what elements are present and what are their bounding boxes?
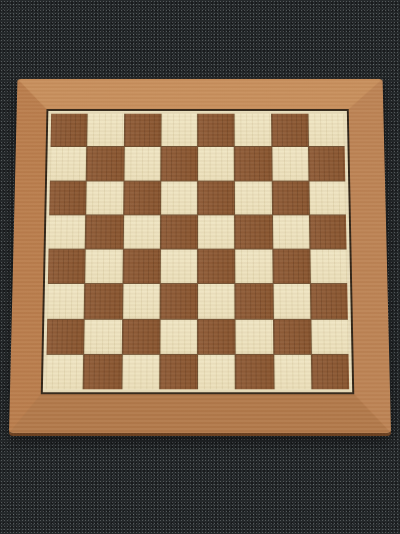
board-square (122, 355, 159, 390)
board-square (87, 147, 123, 180)
board-square (198, 355, 235, 390)
board-frame (9, 79, 391, 433)
board-square (311, 284, 348, 318)
board-square (161, 147, 197, 180)
board-square (124, 147, 160, 180)
board-square (198, 319, 235, 353)
board-square (198, 250, 235, 284)
board-square (273, 284, 310, 318)
board-square (161, 181, 197, 214)
board-square (272, 181, 309, 214)
board-square (236, 284, 273, 318)
board-grid (46, 114, 349, 390)
board-square (123, 215, 160, 248)
board-square (198, 284, 235, 318)
board-square (235, 181, 271, 214)
board-square (47, 319, 84, 353)
board-square (310, 250, 347, 284)
board-square (272, 147, 308, 180)
board-square (236, 355, 273, 390)
board-square (160, 284, 197, 318)
board-square (308, 114, 344, 147)
board-square (85, 250, 122, 284)
carpet-background (0, 0, 400, 534)
board-inlay-stripe (43, 111, 352, 392)
board-square (161, 250, 198, 284)
board-square (122, 319, 159, 353)
board-square (49, 181, 86, 214)
board-square (309, 181, 346, 214)
board-square (51, 114, 87, 147)
board-square (48, 250, 85, 284)
board-square (235, 250, 272, 284)
board-square (160, 319, 197, 353)
board-square (84, 355, 121, 390)
board-square (46, 355, 84, 390)
board-inlay-pinstripe (41, 109, 354, 394)
board-square (311, 319, 348, 353)
board-square (124, 114, 160, 147)
board-square (274, 355, 311, 390)
board-square (123, 250, 160, 284)
board-square (198, 147, 234, 180)
board-square (161, 215, 197, 248)
board-square (86, 181, 123, 214)
board-square (198, 215, 234, 248)
board-square (123, 284, 160, 318)
board-square (310, 215, 347, 248)
board-square (85, 284, 122, 318)
board-square (272, 215, 309, 248)
board-square (309, 147, 346, 180)
board-square (273, 250, 310, 284)
board-square (161, 114, 197, 147)
board-square (198, 114, 234, 147)
board-square (87, 114, 123, 147)
board-square (235, 215, 272, 248)
board-square (47, 284, 84, 318)
board-square (198, 181, 234, 214)
board-square (50, 147, 87, 180)
board-square (272, 114, 308, 147)
board-square (84, 319, 121, 353)
board-square (273, 319, 310, 353)
board-square (160, 355, 197, 390)
board-square (49, 215, 86, 248)
board-square (235, 147, 271, 180)
board-square (86, 215, 123, 248)
board-square (235, 114, 271, 147)
board-square (124, 181, 160, 214)
board-square (312, 355, 350, 390)
chess-board (9, 79, 391, 433)
board-square (236, 319, 273, 353)
